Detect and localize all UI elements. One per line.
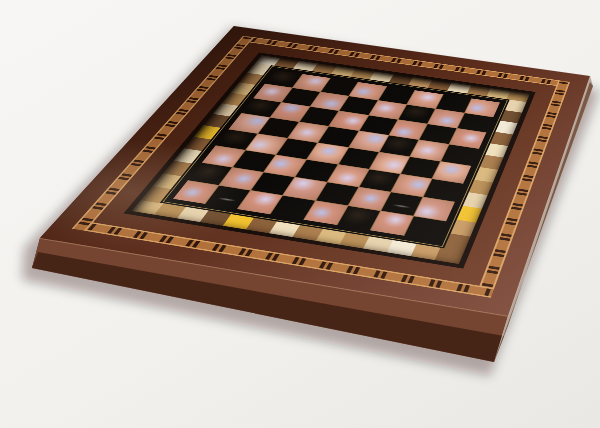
scene [0, 0, 600, 428]
